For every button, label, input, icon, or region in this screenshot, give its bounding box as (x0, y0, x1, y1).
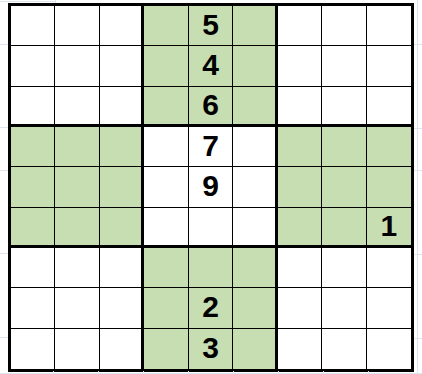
cell-r6c7[interactable] (278, 208, 322, 248)
cell-r9c5[interactable]: 3 (189, 329, 233, 369)
cell-r1c6[interactable] (233, 6, 277, 46)
cell-r4c5[interactable]: 7 (189, 127, 233, 167)
cell-r4c8[interactable] (322, 127, 366, 167)
cell-r9c6[interactable] (233, 329, 277, 369)
cell-r6c3[interactable] (100, 208, 144, 248)
cell-r5c8[interactable] (322, 167, 366, 207)
cell-r9c2[interactable] (55, 329, 99, 369)
cell-r5c6[interactable] (233, 167, 277, 207)
cell-r3c2[interactable] (55, 87, 99, 127)
cell-r3c4[interactable] (144, 87, 188, 127)
cell-r4c7[interactable] (278, 127, 322, 167)
cell-r4c4[interactable] (144, 127, 188, 167)
cell-r1c1[interactable] (11, 6, 55, 46)
cell-r3c8[interactable] (322, 87, 366, 127)
cell-r6c1[interactable] (11, 208, 55, 248)
cell-r8c4[interactable] (144, 288, 188, 328)
cell-r2c9[interactable] (367, 46, 411, 86)
sudoku-board: 54679123 (8, 3, 414, 372)
cell-r7c7[interactable] (278, 248, 322, 288)
cell-r4c6[interactable] (233, 127, 277, 167)
spreadsheet-gridline (414, 338, 422, 339)
cell-r8c6[interactable] (233, 288, 277, 328)
spreadsheet-gridline (414, 254, 422, 255)
cell-r9c3[interactable] (100, 329, 144, 369)
spreadsheet-gridline (414, 170, 422, 171)
cell-r5c5[interactable]: 9 (189, 167, 233, 207)
cell-r6c9[interactable]: 1 (367, 208, 411, 248)
cell-r4c2[interactable] (55, 127, 99, 167)
cell-r5c7[interactable] (278, 167, 322, 207)
cell-r6c8[interactable] (322, 208, 366, 248)
cell-r8c3[interactable] (100, 288, 144, 328)
cell-r5c3[interactable] (100, 167, 144, 207)
cell-r1c8[interactable] (322, 6, 366, 46)
spreadsheet-gridline (0, 1, 56, 2)
cell-r7c3[interactable] (100, 248, 144, 288)
spreadsheet-gridline (414, 128, 422, 129)
cell-r6c2[interactable] (55, 208, 99, 248)
cell-r6c6[interactable] (233, 208, 277, 248)
spreadsheet-gridline (0, 170, 8, 171)
cell-r4c9[interactable] (367, 127, 411, 167)
cell-r8c2[interactable] (55, 288, 99, 328)
cell-r1c3[interactable] (100, 6, 144, 46)
cell-r1c7[interactable] (278, 6, 322, 46)
cell-r5c4[interactable] (144, 167, 188, 207)
spreadsheet-gridline (0, 44, 8, 45)
spreadsheet-canvas: 54679123 (0, 0, 422, 374)
cell-r2c7[interactable] (278, 46, 322, 86)
spreadsheet-gridline (0, 127, 8, 128)
cell-r9c8[interactable] (322, 329, 366, 369)
cell-r1c4[interactable] (144, 6, 188, 46)
cell-r3c7[interactable] (278, 87, 322, 127)
cell-r1c9[interactable] (367, 6, 411, 46)
spreadsheet-gridline (0, 253, 8, 254)
cell-r7c4[interactable] (144, 248, 188, 288)
cell-r5c1[interactable] (11, 167, 55, 207)
spreadsheet-gridline (414, 44, 422, 45)
cell-r9c1[interactable] (11, 329, 55, 369)
cell-r8c9[interactable] (367, 288, 411, 328)
cell-r5c2[interactable] (55, 167, 99, 207)
cell-r2c3[interactable] (100, 46, 144, 86)
cell-r3c1[interactable] (11, 87, 55, 127)
cell-r5c9[interactable] (367, 167, 411, 207)
cell-r3c3[interactable] (100, 87, 144, 127)
cell-r2c4[interactable] (144, 46, 188, 86)
cell-r6c5[interactable] (189, 208, 233, 248)
cell-r4c1[interactable] (11, 127, 55, 167)
cell-r2c6[interactable] (233, 46, 277, 86)
cell-r2c5[interactable]: 4 (189, 46, 233, 86)
cell-r3c5[interactable]: 6 (189, 87, 233, 127)
cell-r2c1[interactable] (11, 46, 55, 86)
cell-r1c2[interactable] (55, 6, 99, 46)
cell-r9c7[interactable] (278, 329, 322, 369)
cell-r7c1[interactable] (11, 248, 55, 288)
cell-r2c2[interactable] (55, 46, 99, 86)
cell-r7c5[interactable] (189, 248, 233, 288)
cell-r8c8[interactable] (322, 288, 366, 328)
cell-r3c6[interactable] (233, 87, 277, 127)
cell-r4c3[interactable] (100, 127, 144, 167)
cell-r6c4[interactable] (144, 208, 188, 248)
cell-r7c6[interactable] (233, 248, 277, 288)
cell-r9c9[interactable] (367, 329, 411, 369)
cell-r3c9[interactable] (367, 87, 411, 127)
cell-r8c7[interactable] (278, 288, 322, 328)
spreadsheet-gridline (417, 0, 418, 374)
cell-r9c4[interactable] (144, 329, 188, 369)
cell-r1c5[interactable]: 5 (189, 6, 233, 46)
cell-r7c9[interactable] (367, 248, 411, 288)
cell-r7c2[interactable] (55, 248, 99, 288)
cell-r8c1[interactable] (11, 288, 55, 328)
cell-r2c8[interactable] (322, 46, 366, 86)
cell-r7c8[interactable] (322, 248, 366, 288)
spreadsheet-gridline (0, 337, 8, 338)
cell-r8c5[interactable]: 2 (189, 288, 233, 328)
